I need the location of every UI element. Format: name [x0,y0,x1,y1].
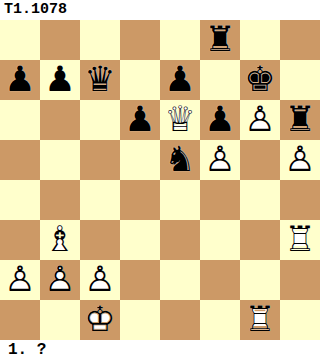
square-f7[interactable] [200,60,240,100]
square-h5[interactable]: ♟♙ [280,140,320,180]
square-a8[interactable] [0,20,40,60]
square-f5[interactable]: ♟♙ [200,140,240,180]
square-h2[interactable] [280,260,320,300]
square-f8[interactable]: ♜ [200,20,240,60]
square-g8[interactable] [240,20,280,60]
square-g2[interactable] [240,260,280,300]
square-f4[interactable] [200,180,240,220]
square-a1[interactable] [0,300,40,340]
square-e5[interactable]: ♞ [160,140,200,180]
square-g1[interactable]: ♜♖ [240,300,280,340]
piece-white-pawn: ♙ [0,260,40,300]
piece-white-king: ♔ [80,300,120,340]
piece-white-rook: ♖ [280,220,320,260]
square-h1[interactable] [280,300,320,340]
piece-black-pawn: ♟ [0,60,40,100]
piece-white-pawn: ♙ [280,140,320,180]
square-f2[interactable] [200,260,240,300]
square-f1[interactable] [200,300,240,340]
square-h4[interactable] [280,180,320,220]
square-d1[interactable] [120,300,160,340]
square-c2[interactable]: ♟♙ [80,260,120,300]
square-h8[interactable] [280,20,320,60]
square-e7[interactable]: ♟ [160,60,200,100]
square-b2[interactable]: ♟♙ [40,260,80,300]
piece-black-knight: ♞ [160,140,200,180]
piece-white-pawn: ♙ [200,140,240,180]
square-c6[interactable] [80,100,120,140]
square-f6[interactable]: ♟ [200,100,240,140]
square-d8[interactable] [120,20,160,60]
square-b7[interactable]: ♟ [40,60,80,100]
square-g4[interactable] [240,180,280,220]
square-a3[interactable] [0,220,40,260]
square-e6[interactable]: ♛♕ [160,100,200,140]
square-b3[interactable]: ♝♗ [40,220,80,260]
square-f3[interactable] [200,220,240,260]
piece-black-king: ♚ [240,60,280,100]
piece-black-pawn: ♟ [200,100,240,140]
square-e2[interactable] [160,260,200,300]
square-b8[interactable] [40,20,80,60]
square-g7[interactable]: ♚ [240,60,280,100]
puzzle-title: T1.1078 [0,0,320,20]
square-c1[interactable]: ♚♔ [80,300,120,340]
square-e4[interactable] [160,180,200,220]
square-c5[interactable] [80,140,120,180]
square-b4[interactable] [40,180,80,220]
square-e1[interactable] [160,300,200,340]
square-c3[interactable] [80,220,120,260]
piece-white-queen: ♕ [160,100,200,140]
piece-white-rook: ♖ [240,300,280,340]
piece-white-pawn: ♙ [80,260,120,300]
square-d4[interactable] [120,180,160,220]
square-h7[interactable] [280,60,320,100]
square-d7[interactable] [120,60,160,100]
piece-black-pawn: ♟ [160,60,200,100]
square-a6[interactable] [0,100,40,140]
square-d6[interactable]: ♟ [120,100,160,140]
square-e8[interactable] [160,20,200,60]
square-e3[interactable] [160,220,200,260]
square-d3[interactable] [120,220,160,260]
piece-black-queen: ♛ [80,60,120,100]
square-b5[interactable] [40,140,80,180]
square-a5[interactable] [0,140,40,180]
piece-black-pawn: ♟ [40,60,80,100]
square-c8[interactable] [80,20,120,60]
square-c7[interactable]: ♛ [80,60,120,100]
square-a7[interactable]: ♟ [0,60,40,100]
square-h3[interactable]: ♜♖ [280,220,320,260]
chess-board: ♜♟♟♛♟♚♟♛♕♟♟♙♜♞♟♙♟♙♝♗♜♖♟♙♟♙♟♙♚♔♜♖ [0,20,320,340]
move-prompt: 1. ? [0,340,320,360]
square-d2[interactable] [120,260,160,300]
square-b6[interactable] [40,100,80,140]
square-h6[interactable]: ♜ [280,100,320,140]
square-g6[interactable]: ♟♙ [240,100,280,140]
piece-white-pawn: ♙ [240,100,280,140]
piece-black-pawn: ♟ [120,100,160,140]
square-g3[interactable] [240,220,280,260]
square-c4[interactable] [80,180,120,220]
square-a4[interactable] [0,180,40,220]
square-b1[interactable] [40,300,80,340]
piece-white-bishop: ♗ [40,220,80,260]
piece-white-pawn: ♙ [40,260,80,300]
piece-black-rook: ♜ [280,100,320,140]
piece-black-rook: ♜ [200,20,240,60]
square-g5[interactable] [240,140,280,180]
square-a2[interactable]: ♟♙ [0,260,40,300]
square-d5[interactable] [120,140,160,180]
